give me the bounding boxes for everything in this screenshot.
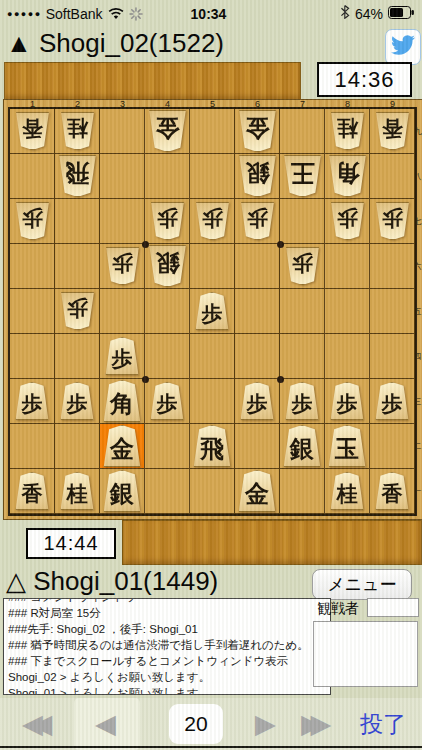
board-cell[interactable]	[190, 109, 235, 154]
board-cell[interactable]: 金	[100, 424, 145, 469]
shogi-piece-sente[interactable]: 歩	[15, 202, 50, 240]
star-point	[277, 376, 284, 383]
board-cell[interactable]: 銀	[100, 469, 145, 514]
board-cell[interactable]: 香	[370, 469, 415, 514]
shogi-piece-sente[interactable]: 歩	[330, 202, 365, 240]
shogi-piece-gote[interactable]: 金	[103, 425, 142, 467]
board-cell[interactable]	[145, 469, 190, 514]
board-cell[interactable]	[190, 334, 235, 379]
board-cell[interactable]: 歩	[325, 379, 370, 424]
shogi-piece-sente[interactable]: 飛	[58, 155, 97, 197]
board-cell[interactable]: 歩	[100, 244, 145, 289]
file-label: 5	[190, 100, 235, 109]
board-cell[interactable]	[370, 244, 415, 289]
spectators-count-box	[367, 598, 419, 617]
file-label: 2	[55, 100, 100, 109]
shogi-piece-sente[interactable]: 歩	[105, 247, 140, 285]
board-cell[interactable]	[235, 244, 280, 289]
star-point	[142, 241, 149, 248]
board-cell[interactable]	[190, 379, 235, 424]
shogi-piece-gote[interactable]: 桂	[330, 472, 365, 510]
board-cell[interactable]: 歩	[10, 199, 55, 244]
shogi-piece-gote[interactable]: 香	[375, 472, 410, 510]
board-cell[interactable]	[145, 424, 190, 469]
bottom-frame-line	[0, 746, 422, 748]
shogi-piece-sente[interactable]: 歩	[195, 202, 230, 240]
board-cell[interactable]: 桂	[325, 469, 370, 514]
board-cell[interactable]	[190, 244, 235, 289]
shogi-piece-gote[interactable]: 桂	[60, 472, 95, 510]
board-cell[interactable]: 飛	[55, 154, 100, 199]
shogi-piece-gote[interactable]: 歩	[330, 382, 365, 420]
board-cell[interactable]	[10, 289, 55, 334]
board-cell[interactable]: 王	[280, 154, 325, 199]
shogi-piece-sente[interactable]: 銀	[238, 155, 277, 197]
shogi-piece-sente[interactable]: 金	[148, 110, 187, 152]
board-cell[interactable]: 歩	[55, 379, 100, 424]
shogi-piece-sente[interactable]: 角	[328, 155, 367, 197]
top-player-clock: 14:36	[317, 62, 412, 97]
board-cell[interactable]: 金	[145, 109, 190, 154]
comment-line: Shogi_02 > よろしくお願い致します。	[8, 669, 326, 685]
first-move-button[interactable]: ◀◀	[22, 698, 52, 750]
comment-line: ### 下までスクロールするとコメントウィンドウ表示	[8, 653, 326, 669]
status-time: 10:34	[191, 0, 227, 27]
board-cell[interactable]	[10, 424, 55, 469]
comment-line: Shogi_01 > よろしくお願い致します。	[8, 685, 326, 695]
shogi-piece-sente[interactable]: 金	[238, 110, 277, 152]
shogi-piece-sente[interactable]: 歩	[150, 202, 185, 240]
board-cell[interactable]	[55, 334, 100, 379]
board-cell[interactable]	[145, 289, 190, 334]
shogi-piece-sente[interactable]: 歩	[60, 292, 95, 330]
board-cell[interactable]	[280, 289, 325, 334]
board-cell[interactable]: 角	[100, 379, 145, 424]
shogi-piece-gote[interactable]: 玉	[328, 425, 367, 467]
spectators-list-box	[313, 621, 418, 687]
board-cell[interactable]: 歩	[190, 289, 235, 334]
board-cell[interactable]	[370, 334, 415, 379]
shogi-piece-gote[interactable]: 歩	[150, 382, 185, 420]
file-label: 4	[145, 100, 190, 109]
board-cell[interactable]	[100, 109, 145, 154]
board-cell[interactable]: 角	[325, 154, 370, 199]
board-cell[interactable]: 歩	[325, 199, 370, 244]
board-cell[interactable]: 金	[235, 469, 280, 514]
board-cell[interactable]: 銀	[235, 154, 280, 199]
board-cell[interactable]: 桂	[325, 109, 370, 154]
comment-line: ### コメントウィンドウ	[8, 598, 326, 605]
board-cell[interactable]	[370, 289, 415, 334]
top-captured-pieces-stand	[4, 62, 301, 100]
file-label: 9	[370, 100, 415, 109]
board-cell[interactable]: 歩	[55, 289, 100, 334]
board-cell[interactable]	[145, 154, 190, 199]
comment-line: ### R対局室 15分	[8, 605, 326, 621]
board-cell[interactable]	[10, 244, 55, 289]
board-cell[interactable]: 飛	[190, 424, 235, 469]
file-label: 6	[235, 100, 280, 109]
board-cell[interactable]	[325, 289, 370, 334]
shogi-piece-gote[interactable]: 歩	[15, 382, 50, 420]
board-cell[interactable]: 桂	[55, 109, 100, 154]
board-cell[interactable]	[10, 334, 55, 379]
shogi-piece-sente[interactable]: 歩	[285, 247, 320, 285]
board-cell[interactable]: 金	[235, 109, 280, 154]
shogi-piece-gote[interactable]: 歩	[105, 337, 140, 375]
board-cell[interactable]	[235, 424, 280, 469]
bottom-player-title: △ Shogi_01(1449)	[6, 566, 218, 597]
comment-window[interactable]: ### コメントウィンドウ### R対局室 15分###先手: Shogi_02…	[3, 598, 331, 695]
network-activity-spinner-icon	[129, 7, 143, 21]
file-labels: 123456789	[10, 100, 415, 109]
shogi-piece-gote[interactable]: 歩	[195, 292, 230, 330]
board-cell[interactable]	[100, 289, 145, 334]
board-cell[interactable]: 歩	[100, 334, 145, 379]
board-cell[interactable]	[370, 424, 415, 469]
board-cell[interactable]: 香	[370, 109, 415, 154]
board-cell[interactable]	[280, 334, 325, 379]
board-cell[interactable]	[55, 244, 100, 289]
move-number-box: 20	[169, 704, 223, 744]
board-cell[interactable]	[190, 154, 235, 199]
shogi-piece-gote[interactable]: 歩	[240, 382, 275, 420]
bottom-player-mark: △	[6, 566, 26, 596]
shogi-piece-sente[interactable]: 香	[15, 112, 50, 150]
shogi-piece-gote[interactable]: 銀	[103, 470, 142, 512]
board-cell[interactable]	[10, 154, 55, 199]
spectators-label: 観戦者	[317, 600, 359, 618]
shogi-piece-gote[interactable]: 銀	[283, 425, 322, 467]
board-cell[interactable]: 歩	[280, 379, 325, 424]
shogi-piece-gote[interactable]: 歩	[60, 382, 95, 420]
top-player-title: ▲ Shogi_02(1522)	[6, 28, 224, 59]
board-cell[interactable]	[235, 334, 280, 379]
board-cell[interactable]	[280, 199, 325, 244]
shogi-piece-sente[interactable]: 香	[375, 112, 410, 150]
shogi-piece-gote[interactable]: 歩	[285, 382, 320, 420]
board-cell[interactable]: 桂	[55, 469, 100, 514]
board-cell[interactable]	[280, 109, 325, 154]
comment-lines: ### コメントウィンドウ### R対局室 15分###先手: Shogi_02…	[8, 598, 326, 695]
top-player-mark: ▲	[6, 28, 32, 58]
board-cell[interactable]	[280, 469, 325, 514]
move-navigation-bar: ◀◀ ◀ 20 ▶ ▶▶ 投了	[0, 698, 422, 750]
board-cell[interactable]	[370, 154, 415, 199]
top-player-name: Shogi_02(1522)	[39, 28, 224, 58]
menu-button[interactable]: メニュー	[312, 569, 412, 600]
shogi-piece-gote[interactable]: 角	[103, 380, 142, 422]
wifi-icon	[108, 8, 124, 20]
board-cell[interactable]: 歩	[145, 379, 190, 424]
carrier-label: SoftBank	[46, 6, 103, 22]
board-cell[interactable]	[145, 334, 190, 379]
bottom-player-clock: 14:44	[26, 528, 116, 559]
signal-dots-icon: ●●●●●	[7, 9, 42, 19]
board-cell[interactable]	[325, 244, 370, 289]
file-label: 3	[100, 100, 145, 109]
board-cell[interactable]: 香	[10, 469, 55, 514]
battery-icon	[388, 6, 415, 22]
bluetooth-icon	[340, 5, 350, 22]
twitter-share-button[interactable]	[385, 29, 421, 65]
board-cell[interactable]: 歩	[370, 379, 415, 424]
status-bar: ●●●●● SoftBank 10:34 64%	[0, 0, 422, 27]
board-cell[interactable]: 歩	[235, 379, 280, 424]
shogi-piece-sente[interactable]: 桂	[60, 112, 95, 150]
file-label: 7	[280, 100, 325, 109]
board-cell[interactable]	[100, 199, 145, 244]
shogi-piece-gote[interactable]: 金	[238, 470, 277, 512]
shogi-piece-sente[interactable]: 歩	[240, 202, 275, 240]
board-cell[interactable]	[55, 424, 100, 469]
shogi-piece-gote[interactable]: 歩	[375, 382, 410, 420]
board-cell[interactable]	[325, 334, 370, 379]
last-move-button[interactable]: ▶▶	[301, 698, 331, 750]
board-cell[interactable]	[55, 199, 100, 244]
twitter-bird-icon	[391, 33, 415, 61]
star-point	[142, 376, 149, 383]
comment-line: ### 猶予時間戻るのは通信渋滞で指し手到着遅れのため。	[8, 637, 326, 653]
star-point	[277, 241, 284, 248]
bottom-captured-pieces-stand	[122, 520, 422, 565]
board-grid: 香桂金金桂香飛銀王角歩歩歩歩歩歩歩銀歩歩歩歩歩歩角歩歩歩歩歩金飛銀玉香桂銀金桂香	[10, 109, 415, 514]
shogi-piece-sente[interactable]: 桂	[330, 112, 365, 150]
next-move-button[interactable]: ▶	[255, 698, 276, 750]
shogi-piece-sente[interactable]: 銀	[148, 245, 187, 287]
shogi-board: 123456789 九八七六五四三二一 香桂金金桂香飛銀王角歩歩歩歩歩歩歩銀歩歩…	[4, 100, 422, 519]
file-label: 8	[325, 100, 370, 109]
shogi-piece-sente[interactable]: 歩	[375, 202, 410, 240]
shogi-piece-sente[interactable]: 王	[283, 155, 322, 197]
battery-percent: 64%	[355, 6, 383, 22]
file-label: 1	[10, 100, 55, 109]
board-cell[interactable]	[190, 469, 235, 514]
board-cell[interactable]: 玉	[325, 424, 370, 469]
board-cell[interactable]: 銀	[280, 424, 325, 469]
board-cell[interactable]	[100, 154, 145, 199]
board-cell[interactable]: 歩	[370, 199, 415, 244]
shogi-app: ●●●●● SoftBank 10:34 64% ▲ Shogi_02(1522…	[0, 0, 422, 750]
shogi-piece-gote[interactable]: 飛	[193, 425, 232, 467]
prev-move-button[interactable]: ◀	[95, 698, 116, 750]
comment-line: ###先手: Shogi_02 ，後手: Shogi_01	[8, 621, 326, 637]
board-cell[interactable]: 歩	[10, 379, 55, 424]
board-cell[interactable]: 香	[10, 109, 55, 154]
shogi-piece-gote[interactable]: 香	[15, 472, 50, 510]
board-cell[interactable]: 歩	[280, 244, 325, 289]
board-cell[interactable]: 歩	[235, 199, 280, 244]
board-cell[interactable]: 歩	[145, 199, 190, 244]
board-cell[interactable]: 歩	[190, 199, 235, 244]
bottom-player-name: Shogi_01(1449)	[33, 566, 218, 596]
resign-button[interactable]: 投了	[360, 698, 406, 750]
board-cell[interactable]: 銀	[145, 244, 190, 289]
board-cell[interactable]	[235, 289, 280, 334]
